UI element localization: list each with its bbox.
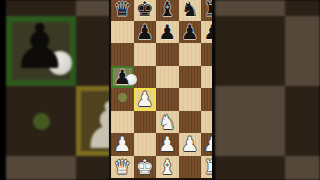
square-g4[interactable] bbox=[179, 88, 202, 111]
square-g7[interactable]: ♟ bbox=[179, 21, 202, 44]
bg-square bbox=[215, 0, 285, 16]
square-g3[interactable] bbox=[179, 111, 202, 134]
piece-black-king-e8: ♚ bbox=[134, 0, 157, 21]
square-d6[interactable] bbox=[111, 43, 134, 66]
bg-white-pawn: ♟ bbox=[81, 94, 110, 158]
square-d1[interactable]: ♛ bbox=[111, 156, 134, 179]
square-d5[interactable]: ♟ bbox=[111, 66, 134, 89]
square-f3[interactable]: ♞ bbox=[156, 111, 179, 134]
piece-black-rook-h8: ♜ bbox=[201, 0, 213, 21]
square-h1[interactable]: ♜ bbox=[201, 156, 213, 179]
square-h2[interactable]: ♟ bbox=[201, 133, 213, 156]
square-f2[interactable]: ♟ bbox=[156, 133, 179, 156]
square-e3[interactable] bbox=[134, 111, 157, 134]
square-d8[interactable]: ♛ bbox=[111, 0, 134, 21]
piece-black-knight-g8: ♞ bbox=[179, 0, 202, 21]
video-frame: ♟ ♟ ♛♚♝♞♜♟♟♟♟♟♟♞♟♟♟♟♛♚♝♜ bbox=[0, 0, 320, 180]
legal-move-dot-d4 bbox=[118, 93, 127, 102]
piece-white-pawn-f2: ♟ bbox=[156, 133, 179, 156]
square-f7[interactable]: ♟ bbox=[156, 21, 179, 44]
square-h7[interactable]: ♟ bbox=[201, 21, 213, 44]
background-blur-left: ♟ ♟ bbox=[0, 0, 110, 180]
piece-white-pawn-g2: ♟ bbox=[179, 133, 202, 156]
square-g5[interactable] bbox=[179, 66, 202, 89]
piece-black-pawn-e7: ♟ bbox=[134, 21, 157, 44]
bg-square bbox=[285, 156, 320, 180]
bg-square bbox=[215, 156, 285, 180]
square-f4[interactable] bbox=[156, 88, 179, 111]
piece-white-bishop-f1: ♝ bbox=[156, 156, 179, 179]
bg-square bbox=[76, 0, 110, 16]
square-d3[interactable] bbox=[111, 111, 134, 134]
bg-square bbox=[6, 156, 76, 180]
square-e4[interactable]: ♟ bbox=[134, 88, 157, 111]
piece-black-bishop-f8: ♝ bbox=[156, 0, 179, 21]
piece-black-pawn-f7: ♟ bbox=[156, 21, 179, 44]
piece-black-pawn-g7: ♟ bbox=[179, 21, 202, 44]
square-g1[interactable] bbox=[179, 156, 202, 179]
bg-square bbox=[285, 16, 320, 86]
bg-black-pawn: ♟ bbox=[12, 16, 68, 78]
square-h3[interactable] bbox=[201, 111, 213, 134]
square-f1[interactable]: ♝ bbox=[156, 156, 179, 179]
square-h6[interactable] bbox=[201, 43, 213, 66]
square-e6[interactable] bbox=[134, 43, 157, 66]
square-h4[interactable] bbox=[201, 88, 213, 111]
square-g2[interactable]: ♟ bbox=[179, 133, 202, 156]
square-e2[interactable] bbox=[134, 133, 157, 156]
bg-square bbox=[285, 0, 320, 16]
piece-black-queen-d8: ♛ bbox=[111, 0, 134, 21]
piece-white-queen-d1: ♛ bbox=[111, 156, 134, 179]
square-e1[interactable]: ♚ bbox=[134, 156, 157, 179]
square-h5[interactable] bbox=[201, 66, 213, 89]
square-d2[interactable]: ♟ bbox=[111, 133, 134, 156]
piece-black-pawn-h7: ♟ bbox=[201, 21, 213, 44]
chessboard-strip: ♛♚♝♞♜♟♟♟♟♟♟♞♟♟♟♟♛♚♝♜ bbox=[109, 0, 213, 180]
piece-white-rook-h1: ♜ bbox=[201, 156, 213, 179]
bg-legal-move-dot bbox=[33, 113, 50, 130]
piece-white-pawn-d2: ♟ bbox=[111, 133, 134, 156]
piece-white-king-e1: ♚ bbox=[134, 156, 157, 179]
piece-black-pawn-d5: ♟ bbox=[111, 66, 134, 89]
piece-white-knight-f3: ♞ bbox=[156, 111, 179, 134]
square-e7[interactable]: ♟ bbox=[134, 21, 157, 44]
square-g6[interactable] bbox=[179, 43, 202, 66]
background-blur-right bbox=[212, 0, 320, 180]
square-e8[interactable]: ♚ bbox=[134, 0, 157, 21]
bg-square bbox=[285, 86, 320, 156]
square-g8[interactable]: ♞ bbox=[179, 0, 202, 21]
piece-white-pawn-e4: ♟ bbox=[134, 88, 157, 111]
square-d4[interactable] bbox=[111, 88, 134, 111]
square-f6[interactable] bbox=[156, 43, 179, 66]
square-h8[interactable]: ♜ bbox=[201, 0, 213, 21]
bg-square bbox=[215, 86, 285, 156]
square-f5[interactable] bbox=[156, 66, 179, 89]
board: ♛♚♝♞♜♟♟♟♟♟♟♞♟♟♟♟♛♚♝♜ bbox=[111, 0, 213, 178]
square-e5[interactable] bbox=[134, 66, 157, 89]
square-f8[interactable]: ♝ bbox=[156, 0, 179, 21]
piece-white-pawn-h2: ♟ bbox=[201, 133, 213, 156]
square-d7[interactable] bbox=[111, 21, 134, 44]
bg-square bbox=[76, 16, 110, 86]
bg-square bbox=[215, 16, 285, 86]
